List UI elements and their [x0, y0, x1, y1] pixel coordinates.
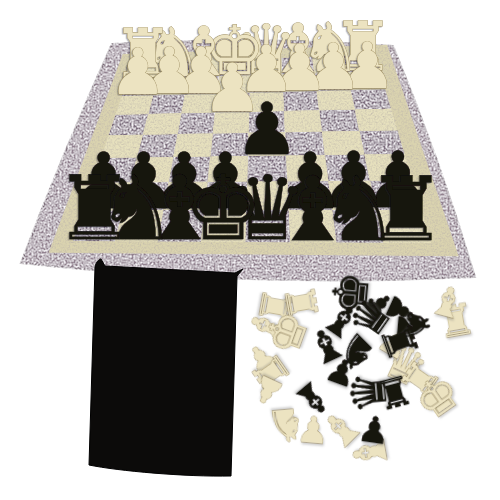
chess-scene-canvas: ♜♞♝♛♚♝♞♜♟♟♟♟♟♟♟♟♟♟♟♟♟♟♟♟♜♞♝♛♚♝♞♜♜♜♝♚♟♜♟♞… — [0, 0, 500, 500]
board-square-b4[interactable] — [319, 110, 359, 132]
board-square-g4[interactable] — [143, 113, 182, 134]
loose-piece-pile: ♜♜♝♚♟♜♟♞♟♝♝♛♜♚♜♝♟♚♟♟♞♛♝♜♝♞♟♛♟♝♜ — [237, 269, 479, 476]
drawstring-bag — [89, 259, 243, 476]
white-pawn-h2[interactable]: ♟ — [109, 35, 166, 109]
chess-set-product-photo: ♜♞♝♛♚♝♞♜♟♟♟♟♟♟♟♟♟♟♟♟♟♟♟♟♜♞♝♛♚♝♞♜♜♜♝♚♟♜♟♞… — [0, 0, 500, 500]
board-square-a4[interactable] — [355, 109, 398, 131]
black-rook-h8[interactable]: ♜ — [55, 156, 135, 260]
